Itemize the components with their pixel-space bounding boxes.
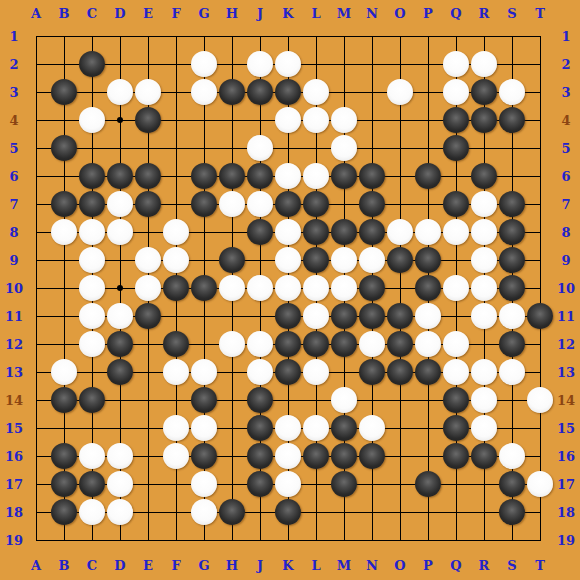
row-label-12: 12 (557, 338, 575, 351)
white-stone-G17[interactable] (191, 471, 217, 497)
black-stone-M8[interactable] (331, 219, 357, 245)
white-stone-D7[interactable] (107, 191, 133, 217)
black-stone-J17[interactable] (247, 471, 273, 497)
white-stone-L3[interactable] (303, 79, 329, 105)
white-stone-L15[interactable] (303, 415, 329, 441)
black-stone-J16[interactable] (247, 443, 273, 469)
white-stone-K8[interactable] (275, 219, 301, 245)
black-stone-J8[interactable] (247, 219, 273, 245)
white-stone-Q3[interactable] (443, 79, 469, 105)
row-label-3: 3 (561, 86, 570, 99)
column-label-R: R (479, 559, 490, 572)
white-stone-Q8[interactable] (443, 219, 469, 245)
black-stone-S17[interactable] (499, 471, 525, 497)
row-label-8: 8 (561, 226, 570, 239)
row-label-6: 6 (561, 170, 570, 183)
column-label-S: S (507, 559, 516, 572)
white-stone-P8[interactable] (415, 219, 441, 245)
white-stone-B13[interactable] (51, 359, 77, 385)
black-stone-M6[interactable] (331, 163, 357, 189)
black-stone-N8[interactable] (359, 219, 385, 245)
row-label-16: 16 (557, 450, 575, 463)
black-stone-L9[interactable] (303, 247, 329, 273)
column-label-N: N (366, 7, 378, 20)
column-label-O: O (394, 7, 405, 20)
white-stone-Q13[interactable] (443, 359, 469, 385)
white-stone-O3[interactable] (387, 79, 413, 105)
black-stone-M12[interactable] (331, 331, 357, 357)
white-stone-J7[interactable] (247, 191, 273, 217)
white-stone-M4[interactable] (331, 107, 357, 133)
black-stone-J15[interactable] (247, 415, 273, 441)
black-stone-P13[interactable] (415, 359, 441, 385)
row-label-1: 1 (561, 30, 570, 43)
white-stone-S3[interactable] (499, 79, 525, 105)
black-stone-S9[interactable] (499, 247, 525, 273)
column-label-H: H (226, 559, 238, 572)
black-stone-S18[interactable] (499, 499, 525, 525)
black-stone-E11[interactable] (135, 303, 161, 329)
black-stone-O11[interactable] (387, 303, 413, 329)
black-stone-Q14[interactable] (443, 387, 469, 413)
column-label-D: D (114, 559, 125, 572)
black-stone-L12[interactable] (303, 331, 329, 357)
white-stone-J13[interactable] (247, 359, 273, 385)
black-stone-O9[interactable] (387, 247, 413, 273)
black-stone-G14[interactable] (191, 387, 217, 413)
black-stone-J14[interactable] (247, 387, 273, 413)
white-stone-K2[interactable] (275, 51, 301, 77)
white-stone-G18[interactable] (191, 499, 217, 525)
black-stone-H18[interactable] (219, 499, 245, 525)
black-stone-N6[interactable] (359, 163, 385, 189)
black-stone-G10[interactable] (191, 275, 217, 301)
column-label-S: S (507, 7, 516, 20)
black-stone-S8[interactable] (499, 219, 525, 245)
white-stone-K4[interactable] (275, 107, 301, 133)
row-label-5: 5 (561, 142, 570, 155)
black-stone-M11[interactable] (331, 303, 357, 329)
black-stone-D13[interactable] (107, 359, 133, 385)
column-label-B: B (59, 7, 70, 20)
black-stone-Q7[interactable] (443, 191, 469, 217)
white-stone-M5[interactable] (331, 135, 357, 161)
white-stone-C12[interactable] (79, 331, 105, 357)
white-stone-T14[interactable] (527, 387, 553, 413)
black-stone-L7[interactable] (303, 191, 329, 217)
white-stone-J10[interactable] (247, 275, 273, 301)
white-stone-E9[interactable] (135, 247, 161, 273)
black-stone-K3[interactable] (275, 79, 301, 105)
white-stone-F13[interactable] (163, 359, 189, 385)
black-stone-O13[interactable] (387, 359, 413, 385)
column-label-C: C (87, 559, 97, 572)
white-stone-J5[interactable] (247, 135, 273, 161)
row-label-5: 5 (9, 142, 18, 155)
column-label-J: J (257, 7, 263, 20)
white-stone-F8[interactable] (163, 219, 189, 245)
white-stone-T17[interactable] (527, 471, 553, 497)
black-stone-N10[interactable] (359, 275, 385, 301)
column-label-K: K (282, 559, 293, 572)
white-stone-R13[interactable] (471, 359, 497, 385)
row-label-15: 15 (5, 422, 23, 435)
column-label-L: L (311, 7, 320, 20)
column-label-A: A (31, 559, 41, 572)
column-label-T: T (535, 559, 545, 572)
black-stone-Q16[interactable] (443, 443, 469, 469)
black-stone-S4[interactable] (499, 107, 525, 133)
black-stone-R16[interactable] (471, 443, 497, 469)
white-stone-K10[interactable] (275, 275, 301, 301)
black-stone-H6[interactable] (219, 163, 245, 189)
black-stone-K11[interactable] (275, 303, 301, 329)
row-label-10: 10 (5, 282, 23, 295)
row-label-11: 11 (557, 310, 575, 323)
black-stone-Q5[interactable] (443, 135, 469, 161)
black-stone-C6[interactable] (79, 163, 105, 189)
black-stone-B14[interactable] (51, 387, 77, 413)
column-label-E: E (143, 559, 153, 572)
black-stone-K7[interactable] (275, 191, 301, 217)
black-stone-J6[interactable] (247, 163, 273, 189)
black-stone-E7[interactable] (135, 191, 161, 217)
black-stone-B7[interactable] (51, 191, 77, 217)
white-stone-R10[interactable] (471, 275, 497, 301)
row-label-6: 6 (9, 170, 18, 183)
white-stone-J2[interactable] (247, 51, 273, 77)
row-label-7: 7 (9, 198, 18, 211)
column-label-B: B (59, 559, 70, 572)
column-label-L: L (311, 559, 320, 572)
white-stone-H12[interactable] (219, 331, 245, 357)
go-board[interactable]: ABCDEFGHJKLMNOPQRST ABCDEFGHJKLMNOPQRST … (0, 0, 580, 580)
white-stone-D3[interactable] (107, 79, 133, 105)
row-label-18: 18 (557, 506, 575, 519)
black-stone-R6[interactable] (471, 163, 497, 189)
column-label-P: P (423, 559, 433, 572)
black-stone-L8[interactable] (303, 219, 329, 245)
white-stone-C4[interactable] (79, 107, 105, 133)
row-label-19: 19 (5, 534, 23, 547)
black-stone-M15[interactable] (331, 415, 357, 441)
white-stone-E3[interactable] (135, 79, 161, 105)
white-stone-K6[interactable] (275, 163, 301, 189)
white-stone-C18[interactable] (79, 499, 105, 525)
black-stone-N11[interactable] (359, 303, 385, 329)
black-stone-P6[interactable] (415, 163, 441, 189)
black-stone-B17[interactable] (51, 471, 77, 497)
column-label-N: N (366, 559, 378, 572)
row-label-18: 18 (5, 506, 23, 519)
row-label-16: 16 (5, 450, 23, 463)
black-stone-H3[interactable] (219, 79, 245, 105)
row-label-19: 19 (557, 534, 575, 547)
column-label-Q: Q (450, 559, 461, 572)
white-stone-K15[interactable] (275, 415, 301, 441)
black-stone-B3[interactable] (51, 79, 77, 105)
white-stone-L4[interactable] (303, 107, 329, 133)
black-stone-J3[interactable] (247, 79, 273, 105)
black-stone-Q15[interactable] (443, 415, 469, 441)
white-stone-H10[interactable] (219, 275, 245, 301)
black-stone-L16[interactable] (303, 443, 329, 469)
white-stone-M10[interactable] (331, 275, 357, 301)
row-label-3: 3 (9, 86, 18, 99)
black-stone-E6[interactable] (135, 163, 161, 189)
black-stone-B18[interactable] (51, 499, 77, 525)
white-stone-L10[interactable] (303, 275, 329, 301)
column-label-C: C (87, 7, 97, 20)
white-stone-G3[interactable] (191, 79, 217, 105)
black-stone-T11[interactable] (527, 303, 553, 329)
white-stone-R8[interactable] (471, 219, 497, 245)
row-label-13: 13 (5, 366, 23, 379)
black-stone-N13[interactable] (359, 359, 385, 385)
row-label-13: 13 (557, 366, 575, 379)
white-stone-D16[interactable] (107, 443, 133, 469)
white-stone-C16[interactable] (79, 443, 105, 469)
black-stone-B5[interactable] (51, 135, 77, 161)
white-stone-L13[interactable] (303, 359, 329, 385)
column-label-T: T (535, 7, 545, 20)
star-point-D10 (117, 285, 123, 291)
white-stone-N12[interactable] (359, 331, 385, 357)
column-label-A: A (31, 7, 41, 20)
white-stone-J12[interactable] (247, 331, 273, 357)
white-stone-B8[interactable] (51, 219, 77, 245)
column-label-D: D (114, 7, 125, 20)
column-label-F: F (171, 559, 180, 572)
white-stone-D18[interactable] (107, 499, 133, 525)
white-stone-C8[interactable] (79, 219, 105, 245)
black-stone-Q4[interactable] (443, 107, 469, 133)
black-stone-O12[interactable] (387, 331, 413, 357)
black-stone-D6[interactable] (107, 163, 133, 189)
row-label-15: 15 (557, 422, 575, 435)
white-stone-Q10[interactable] (443, 275, 469, 301)
black-stone-S12[interactable] (499, 331, 525, 357)
white-stone-R2[interactable] (471, 51, 497, 77)
row-label-12: 12 (5, 338, 23, 351)
white-stone-G2[interactable] (191, 51, 217, 77)
white-stone-D11[interactable] (107, 303, 133, 329)
row-label-8: 8 (9, 226, 18, 239)
black-stone-N7[interactable] (359, 191, 385, 217)
white-stone-P11[interactable] (415, 303, 441, 329)
column-label-G: G (198, 7, 209, 20)
white-stone-K9[interactable] (275, 247, 301, 273)
row-label-1: 1 (9, 30, 18, 43)
column-label-M: M (337, 7, 351, 20)
white-stone-C9[interactable] (79, 247, 105, 273)
star-point-D4 (117, 117, 123, 123)
column-label-Q: Q (450, 7, 461, 20)
white-stone-S13[interactable] (499, 359, 525, 385)
row-label-9: 9 (9, 254, 18, 267)
white-stone-R9[interactable] (471, 247, 497, 273)
row-label-17: 17 (557, 478, 575, 491)
column-label-O: O (394, 559, 405, 572)
black-stone-G16[interactable] (191, 443, 217, 469)
row-label-17: 17 (5, 478, 23, 491)
column-label-J: J (257, 559, 263, 572)
row-label-4: 4 (9, 114, 18, 127)
black-stone-D12[interactable] (107, 331, 133, 357)
black-stone-C17[interactable] (79, 471, 105, 497)
row-label-14: 14 (557, 394, 575, 407)
white-stone-S16[interactable] (499, 443, 525, 469)
column-label-E: E (143, 7, 153, 20)
white-stone-F9[interactable] (163, 247, 189, 273)
black-stone-P17[interactable] (415, 471, 441, 497)
row-label-11: 11 (5, 310, 23, 323)
black-stone-C7[interactable] (79, 191, 105, 217)
white-stone-N15[interactable] (359, 415, 385, 441)
white-stone-F16[interactable] (163, 443, 189, 469)
white-stone-M9[interactable] (331, 247, 357, 273)
white-stone-R15[interactable] (471, 415, 497, 441)
white-stone-Q12[interactable] (443, 331, 469, 357)
black-stone-K13[interactable] (275, 359, 301, 385)
black-stone-H9[interactable] (219, 247, 245, 273)
row-label-2: 2 (9, 58, 18, 71)
white-stone-Q2[interactable] (443, 51, 469, 77)
white-stone-D17[interactable] (107, 471, 133, 497)
column-label-F: F (171, 7, 180, 20)
black-stone-B16[interactable] (51, 443, 77, 469)
black-stone-P9[interactable] (415, 247, 441, 273)
column-label-M: M (337, 559, 351, 572)
white-stone-L6[interactable] (303, 163, 329, 189)
white-stone-R11[interactable] (471, 303, 497, 329)
black-stone-R3[interactable] (471, 79, 497, 105)
black-stone-K12[interactable] (275, 331, 301, 357)
white-stone-O8[interactable] (387, 219, 413, 245)
black-stone-F10[interactable] (163, 275, 189, 301)
white-stone-E10[interactable] (135, 275, 161, 301)
column-label-G: G (198, 559, 209, 572)
column-label-R: R (479, 7, 490, 20)
black-stone-K18[interactable] (275, 499, 301, 525)
row-label-2: 2 (561, 58, 570, 71)
white-stone-M14[interactable] (331, 387, 357, 413)
white-stone-D8[interactable] (107, 219, 133, 245)
black-stone-G6[interactable] (191, 163, 217, 189)
black-stone-S10[interactable] (499, 275, 525, 301)
column-label-P: P (423, 7, 433, 20)
black-stone-R4[interactable] (471, 107, 497, 133)
black-stone-G7[interactable] (191, 191, 217, 217)
white-stone-C11[interactable] (79, 303, 105, 329)
black-stone-M16[interactable] (331, 443, 357, 469)
white-stone-R14[interactable] (471, 387, 497, 413)
white-stone-N9[interactable] (359, 247, 385, 273)
white-stone-C10[interactable] (79, 275, 105, 301)
white-stone-F15[interactable] (163, 415, 189, 441)
black-stone-F12[interactable] (163, 331, 189, 357)
white-stone-R7[interactable] (471, 191, 497, 217)
black-stone-M17[interactable] (331, 471, 357, 497)
black-stone-E4[interactable] (135, 107, 161, 133)
white-stone-G13[interactable] (191, 359, 217, 385)
black-stone-N16[interactable] (359, 443, 385, 469)
white-stone-P12[interactable] (415, 331, 441, 357)
white-stone-G15[interactable] (191, 415, 217, 441)
white-stone-K17[interactable] (275, 471, 301, 497)
black-stone-P10[interactable] (415, 275, 441, 301)
black-stone-C14[interactable] (79, 387, 105, 413)
black-stone-C2[interactable] (79, 51, 105, 77)
row-label-10: 10 (557, 282, 575, 295)
row-label-14: 14 (5, 394, 23, 407)
row-label-7: 7 (561, 198, 570, 211)
column-label-K: K (282, 7, 293, 20)
row-label-4: 4 (561, 114, 570, 127)
column-label-H: H (226, 7, 238, 20)
white-stone-S11[interactable] (499, 303, 525, 329)
row-label-9: 9 (561, 254, 570, 267)
black-stone-S7[interactable] (499, 191, 525, 217)
white-stone-K16[interactable] (275, 443, 301, 469)
white-stone-H7[interactable] (219, 191, 245, 217)
white-stone-L11[interactable] (303, 303, 329, 329)
